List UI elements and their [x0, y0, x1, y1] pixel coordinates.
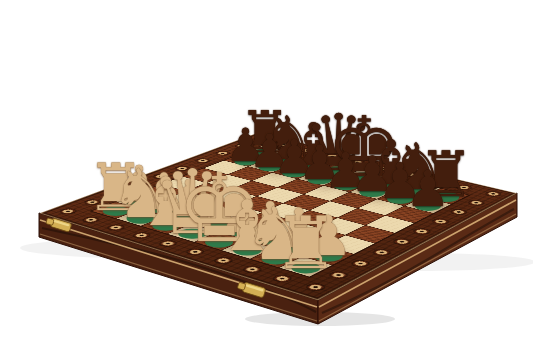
product-photo: ♜♞♝♛♚♝♞♜♟♟♟♟♟♟♟♟♟♟♟♟♟♟♟♟♜♞♝♛♚♝♞♜	[0, 0, 533, 355]
